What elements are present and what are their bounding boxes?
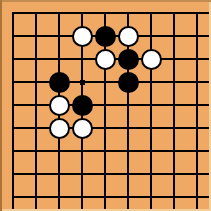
star-point bbox=[80, 80, 85, 85]
white-stone[interactable] bbox=[72, 26, 93, 47]
white-stone[interactable] bbox=[72, 118, 93, 139]
white-stone[interactable] bbox=[118, 26, 139, 47]
black-stone[interactable] bbox=[49, 72, 70, 93]
black-stone[interactable] bbox=[95, 26, 116, 47]
white-stone[interactable] bbox=[49, 95, 70, 116]
go-board-frame bbox=[0, 0, 211, 211]
black-stone[interactable] bbox=[72, 95, 93, 116]
board-edge-left bbox=[0, 0, 2, 211]
board-edge-bottom bbox=[0, 209, 211, 211]
black-stone[interactable] bbox=[118, 49, 139, 70]
white-stone[interactable] bbox=[141, 49, 162, 70]
board-edge-top bbox=[0, 0, 211, 2]
black-stone[interactable] bbox=[118, 72, 139, 93]
white-stone[interactable] bbox=[49, 118, 70, 139]
board-edge-right bbox=[209, 0, 211, 211]
white-stone[interactable] bbox=[95, 49, 116, 70]
